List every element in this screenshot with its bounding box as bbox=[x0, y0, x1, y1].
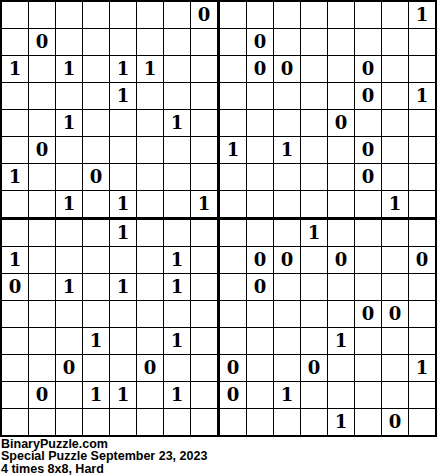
cell-r15c7: 1 bbox=[164, 382, 190, 408]
cell-r8c10[interactable] bbox=[247, 191, 273, 217]
cell-r16c16[interactable] bbox=[409, 409, 435, 435]
cell-r15c8[interactable] bbox=[191, 382, 217, 408]
cell-r4c6[interactable] bbox=[137, 83, 163, 109]
cell-r10c1: 1 bbox=[2, 247, 28, 273]
cell-r11c11[interactable] bbox=[274, 274, 300, 300]
cell-r5c11[interactable] bbox=[274, 110, 300, 136]
cell-r8c13[interactable] bbox=[328, 191, 354, 217]
cell-r12c16[interactable] bbox=[409, 301, 435, 327]
cell-r6c14: 0 bbox=[355, 137, 381, 163]
cell-r10c9[interactable] bbox=[220, 247, 246, 273]
cell-r13c5[interactable] bbox=[110, 328, 136, 354]
cell-r3c8[interactable] bbox=[191, 56, 217, 82]
cell-r6c11: 1 bbox=[274, 137, 300, 163]
cell-r14c9: 0 bbox=[220, 355, 246, 381]
cell-r12c6[interactable] bbox=[137, 301, 163, 327]
cell-r5c14[interactable] bbox=[355, 110, 381, 136]
cell-r6c5[interactable] bbox=[110, 137, 136, 163]
cell-r6c1[interactable] bbox=[2, 137, 28, 163]
cell-r16c5[interactable] bbox=[110, 409, 136, 435]
cell-r2c10: 0 bbox=[247, 29, 273, 55]
cell-r16c14[interactable] bbox=[355, 409, 381, 435]
cell-r12c2[interactable] bbox=[29, 301, 55, 327]
cell-r1c9[interactable] bbox=[220, 2, 246, 28]
cell-r7c12[interactable] bbox=[301, 164, 327, 190]
cell-r11c12[interactable] bbox=[301, 274, 327, 300]
cell-r2c3[interactable] bbox=[56, 29, 82, 55]
cell-r14c11[interactable] bbox=[274, 355, 300, 381]
cell-r9c9[interactable] bbox=[220, 220, 246, 246]
cell-r16c2[interactable] bbox=[29, 409, 55, 435]
cell-r15c15[interactable] bbox=[382, 382, 408, 408]
cell-r5c6[interactable] bbox=[137, 110, 163, 136]
cell-r5c10[interactable] bbox=[247, 110, 273, 136]
cell-r14c16: 1 bbox=[409, 355, 435, 381]
cell-r10c3[interactable] bbox=[56, 247, 82, 273]
cell-r12c7[interactable] bbox=[164, 301, 190, 327]
cell-r16c13: 1 bbox=[328, 409, 354, 435]
cell-r7c14: 0 bbox=[355, 164, 381, 190]
cell-r12c11[interactable] bbox=[274, 301, 300, 327]
cell-r15c13[interactable] bbox=[328, 382, 354, 408]
cell-r7c2[interactable] bbox=[29, 164, 55, 190]
cell-r11c6[interactable] bbox=[137, 274, 163, 300]
footer: BinaryPuzzle.com Special Puzzle Septembe… bbox=[0, 437, 437, 475]
cell-r4c7[interactable] bbox=[164, 83, 190, 109]
cell-r4c9[interactable] bbox=[220, 83, 246, 109]
cell-r15c5: 1 bbox=[110, 382, 136, 408]
cell-r16c6[interactable] bbox=[137, 409, 163, 435]
cell-r14c1[interactable] bbox=[2, 355, 28, 381]
cell-r9c16[interactable] bbox=[409, 220, 435, 246]
cell-r13c7: 1 bbox=[164, 328, 190, 354]
cell-r4c16: 1 bbox=[409, 83, 435, 109]
cell-r4c1[interactable] bbox=[2, 83, 28, 109]
cell-r1c6[interactable] bbox=[137, 2, 163, 28]
cell-r14c14[interactable] bbox=[355, 355, 381, 381]
cell-r16c4[interactable] bbox=[83, 409, 109, 435]
cell-r14c10[interactable] bbox=[247, 355, 273, 381]
cell-r14c4[interactable] bbox=[83, 355, 109, 381]
cell-r5c2[interactable] bbox=[29, 110, 55, 136]
cell-r13c16[interactable] bbox=[409, 328, 435, 354]
cell-r2c14[interactable] bbox=[355, 29, 381, 55]
cell-r9c15[interactable] bbox=[382, 220, 408, 246]
cell-r8c2[interactable] bbox=[29, 191, 55, 217]
cell-r1c14[interactable] bbox=[355, 2, 381, 28]
cell-r13c8[interactable] bbox=[191, 328, 217, 354]
cell-r15c3[interactable] bbox=[56, 382, 82, 408]
cell-r3c5: 1 bbox=[110, 56, 136, 82]
cell-r8c14[interactable] bbox=[355, 191, 381, 217]
cell-r12c4[interactable] bbox=[83, 301, 109, 327]
cell-r4c11[interactable] bbox=[274, 83, 300, 109]
cell-r8c8: 1 bbox=[191, 191, 217, 217]
quadrant-top-left: 001111111010111 bbox=[2, 2, 217, 217]
cell-r4c13[interactable] bbox=[328, 83, 354, 109]
cell-r9c10[interactable] bbox=[247, 220, 273, 246]
cell-r4c2[interactable] bbox=[29, 83, 55, 109]
puzzle-spec: 4 times 8x8, Hard bbox=[1, 463, 437, 475]
cell-r1c8: 0 bbox=[191, 2, 217, 28]
cell-r7c4: 0 bbox=[83, 164, 109, 190]
cell-r11c15[interactable] bbox=[382, 274, 408, 300]
cell-r11c5: 1 bbox=[110, 274, 136, 300]
cell-r8c4[interactable] bbox=[83, 191, 109, 217]
cell-r6c12[interactable] bbox=[301, 137, 327, 163]
cell-r5c9[interactable] bbox=[220, 110, 246, 136]
cell-r1c15[interactable] bbox=[382, 2, 408, 28]
cell-r5c15[interactable] bbox=[382, 110, 408, 136]
cell-r16c12[interactable] bbox=[301, 409, 327, 435]
cell-r13c11[interactable] bbox=[274, 328, 300, 354]
cell-r1c3[interactable] bbox=[56, 2, 82, 28]
cell-r3c13[interactable] bbox=[328, 56, 354, 82]
cell-r10c13: 0 bbox=[328, 247, 354, 273]
cell-r13c14[interactable] bbox=[355, 328, 381, 354]
cell-r2c9[interactable] bbox=[220, 29, 246, 55]
cell-r6c16[interactable] bbox=[409, 137, 435, 163]
cell-r12c12[interactable] bbox=[301, 301, 327, 327]
cell-r9c12: 1 bbox=[301, 220, 327, 246]
cell-r8c12[interactable] bbox=[301, 191, 327, 217]
cell-r14c8[interactable] bbox=[191, 355, 217, 381]
cell-r11c4[interactable] bbox=[83, 274, 109, 300]
cell-r7c10[interactable] bbox=[247, 164, 273, 190]
cell-r7c11[interactable] bbox=[274, 164, 300, 190]
cell-r4c5: 1 bbox=[110, 83, 136, 109]
cell-r13c6[interactable] bbox=[137, 328, 163, 354]
cell-r6c6[interactable] bbox=[137, 137, 163, 163]
cell-r11c13[interactable] bbox=[328, 274, 354, 300]
cell-r3c2[interactable] bbox=[29, 56, 55, 82]
cell-r9c8[interactable] bbox=[191, 220, 217, 246]
page: 001111111010111 1000001011001 1110111110… bbox=[0, 0, 437, 475]
cell-r6c2: 0 bbox=[29, 137, 55, 163]
cell-r8c16[interactable] bbox=[409, 191, 435, 217]
cell-r12c10[interactable] bbox=[247, 301, 273, 327]
cell-r9c5: 1 bbox=[110, 220, 136, 246]
cell-r2c12[interactable] bbox=[301, 29, 327, 55]
cell-r9c6[interactable] bbox=[137, 220, 163, 246]
cell-r2c15[interactable] bbox=[382, 29, 408, 55]
cell-r10c4[interactable] bbox=[83, 247, 109, 273]
cell-r13c10[interactable] bbox=[247, 328, 273, 354]
cell-r3c7[interactable] bbox=[164, 56, 190, 82]
cell-r11c2[interactable] bbox=[29, 274, 55, 300]
cell-r9c11[interactable] bbox=[274, 220, 300, 246]
cell-r5c7: 1 bbox=[164, 110, 190, 136]
cell-r4c4[interactable] bbox=[83, 83, 109, 109]
cell-r5c1[interactable] bbox=[2, 110, 28, 136]
cell-r3c6: 1 bbox=[137, 56, 163, 82]
cell-r1c10[interactable] bbox=[247, 2, 273, 28]
cell-r13c3[interactable] bbox=[56, 328, 82, 354]
cell-r10c14[interactable] bbox=[355, 247, 381, 273]
cell-r1c13[interactable] bbox=[328, 2, 354, 28]
cell-r16c9[interactable] bbox=[220, 409, 246, 435]
cell-r6c3[interactable] bbox=[56, 137, 82, 163]
cell-r13c13: 1 bbox=[328, 328, 354, 354]
cell-r13c2[interactable] bbox=[29, 328, 55, 354]
cell-r9c13[interactable] bbox=[328, 220, 354, 246]
cell-r2c8[interactable] bbox=[191, 29, 217, 55]
cell-r12c1[interactable] bbox=[2, 301, 28, 327]
cell-r5c8[interactable] bbox=[191, 110, 217, 136]
cell-r8c15: 1 bbox=[382, 191, 408, 217]
cell-r6c4[interactable] bbox=[83, 137, 109, 163]
cell-r6c15[interactable] bbox=[382, 137, 408, 163]
cell-r3c11: 0 bbox=[274, 56, 300, 82]
cell-r7c5[interactable] bbox=[110, 164, 136, 190]
cell-r1c4[interactable] bbox=[83, 2, 109, 28]
cell-r9c14[interactable] bbox=[355, 220, 381, 246]
cell-r1c5[interactable] bbox=[110, 2, 136, 28]
puzzle-title: Special Puzzle September 23, 2023 bbox=[1, 450, 437, 462]
cell-r12c15: 0 bbox=[382, 301, 408, 327]
cell-r16c8[interactable] bbox=[191, 409, 217, 435]
cell-r9c3[interactable] bbox=[56, 220, 82, 246]
cell-r12c8[interactable] bbox=[191, 301, 217, 327]
cell-r3c1: 1 bbox=[2, 56, 28, 82]
cell-r13c12[interactable] bbox=[301, 328, 327, 354]
cell-r2c7[interactable] bbox=[164, 29, 190, 55]
cell-r3c9[interactable] bbox=[220, 56, 246, 82]
cell-r14c13[interactable] bbox=[328, 355, 354, 381]
cell-r8c3: 1 bbox=[56, 191, 82, 217]
cell-r2c6[interactable] bbox=[137, 29, 163, 55]
cell-r10c2[interactable] bbox=[29, 247, 55, 273]
cell-r6c10[interactable] bbox=[247, 137, 273, 163]
cell-r8c6[interactable] bbox=[137, 191, 163, 217]
cell-r6c8[interactable] bbox=[191, 137, 217, 163]
cell-r5c5[interactable] bbox=[110, 110, 136, 136]
cell-r14c12: 0 bbox=[301, 355, 327, 381]
cell-r15c12[interactable] bbox=[301, 382, 327, 408]
cell-r7c1: 1 bbox=[2, 164, 28, 190]
cell-r6c13[interactable] bbox=[328, 137, 354, 163]
cell-r1c11[interactable] bbox=[274, 2, 300, 28]
cell-r10c10: 0 bbox=[247, 247, 273, 273]
cell-r8c7[interactable] bbox=[164, 191, 190, 217]
cell-r8c11[interactable] bbox=[274, 191, 300, 217]
cell-r10c5[interactable] bbox=[110, 247, 136, 273]
cell-r5c16[interactable] bbox=[409, 110, 435, 136]
cell-r10c15[interactable] bbox=[382, 247, 408, 273]
cell-r8c5: 1 bbox=[110, 191, 136, 217]
cell-r14c6: 0 bbox=[137, 355, 163, 381]
cell-r11c1: 0 bbox=[2, 274, 28, 300]
cell-r10c12[interactable] bbox=[301, 247, 327, 273]
cell-r1c2[interactable] bbox=[29, 2, 55, 28]
binary-puzzle-board: 001111111010111 1000001011001 1110111110… bbox=[0, 0, 437, 437]
cell-r14c5[interactable] bbox=[110, 355, 136, 381]
cell-r5c4[interactable] bbox=[83, 110, 109, 136]
cell-r3c16[interactable] bbox=[409, 56, 435, 82]
cell-r11c8[interactable] bbox=[191, 274, 217, 300]
cell-r5c13: 0 bbox=[328, 110, 354, 136]
cell-r3c15[interactable] bbox=[382, 56, 408, 82]
cell-r4c12[interactable] bbox=[301, 83, 327, 109]
cell-r16c3[interactable] bbox=[56, 409, 82, 435]
cell-r10c16: 0 bbox=[409, 247, 435, 273]
cell-r10c8[interactable] bbox=[191, 247, 217, 273]
cell-r9c1[interactable] bbox=[2, 220, 28, 246]
quadrant-bottom-right: 1000000010010110 bbox=[220, 220, 435, 435]
cell-r7c3[interactable] bbox=[56, 164, 82, 190]
cell-r11c10: 0 bbox=[247, 274, 273, 300]
cell-r15c16[interactable] bbox=[409, 382, 435, 408]
cell-r3c3: 1 bbox=[56, 56, 82, 82]
cell-r6c7[interactable] bbox=[164, 137, 190, 163]
quadrant-top-right: 1000001011001 bbox=[220, 2, 435, 217]
cell-r12c3[interactable] bbox=[56, 301, 82, 327]
cell-r11c3: 1 bbox=[56, 274, 82, 300]
cell-r10c7: 1 bbox=[164, 247, 190, 273]
cell-r16c15: 0 bbox=[382, 409, 408, 435]
cell-r16c11[interactable] bbox=[274, 409, 300, 435]
cell-r11c14[interactable] bbox=[355, 274, 381, 300]
cell-r1c16: 1 bbox=[409, 2, 435, 28]
cell-r4c15[interactable] bbox=[382, 83, 408, 109]
cell-r9c2[interactable] bbox=[29, 220, 55, 246]
cell-r7c6[interactable] bbox=[137, 164, 163, 190]
cell-r16c7[interactable] bbox=[164, 409, 190, 435]
cell-r13c9[interactable] bbox=[220, 328, 246, 354]
cell-r9c4[interactable] bbox=[83, 220, 109, 246]
cell-r4c8[interactable] bbox=[191, 83, 217, 109]
cell-r13c15[interactable] bbox=[382, 328, 408, 354]
cell-r2c13[interactable] bbox=[328, 29, 354, 55]
cell-r15c14[interactable] bbox=[355, 382, 381, 408]
cell-r4c14: 0 bbox=[355, 83, 381, 109]
cell-r3c12[interactable] bbox=[301, 56, 327, 82]
cell-r2c11[interactable] bbox=[274, 29, 300, 55]
cell-r1c7[interactable] bbox=[164, 2, 190, 28]
cell-r7c13[interactable] bbox=[328, 164, 354, 190]
cell-r15c10[interactable] bbox=[247, 382, 273, 408]
cell-r7c16[interactable] bbox=[409, 164, 435, 190]
cell-r15c1[interactable] bbox=[2, 382, 28, 408]
cell-r15c4: 1 bbox=[83, 382, 109, 408]
cell-r10c6[interactable] bbox=[137, 247, 163, 273]
cell-r16c10[interactable] bbox=[247, 409, 273, 435]
cell-r1c1[interactable] bbox=[2, 2, 28, 28]
cell-r12c14: 0 bbox=[355, 301, 381, 327]
cell-r14c7[interactable] bbox=[164, 355, 190, 381]
cell-r7c9[interactable] bbox=[220, 164, 246, 190]
cell-r4c3[interactable] bbox=[56, 83, 82, 109]
cell-r5c3: 1 bbox=[56, 110, 82, 136]
cell-r10c11: 0 bbox=[274, 247, 300, 273]
quadrant-bottom-left: 111011111000111 bbox=[2, 220, 217, 435]
cell-r11c16[interactable] bbox=[409, 274, 435, 300]
cell-r7c7[interactable] bbox=[164, 164, 190, 190]
cell-r4c10[interactable] bbox=[247, 83, 273, 109]
cell-r2c2: 0 bbox=[29, 29, 55, 55]
cell-r13c1[interactable] bbox=[2, 328, 28, 354]
cell-r7c8[interactable] bbox=[191, 164, 217, 190]
cell-r2c4[interactable] bbox=[83, 29, 109, 55]
cell-r6c9: 1 bbox=[220, 137, 246, 163]
cell-r8c9[interactable] bbox=[220, 191, 246, 217]
cell-r12c9[interactable] bbox=[220, 301, 246, 327]
cell-r3c10: 0 bbox=[247, 56, 273, 82]
cell-r2c1[interactable] bbox=[2, 29, 28, 55]
cell-r2c16[interactable] bbox=[409, 29, 435, 55]
cell-r1c12[interactable] bbox=[301, 2, 327, 28]
cell-r15c9: 0 bbox=[220, 382, 246, 408]
cell-r11c9[interactable] bbox=[220, 274, 246, 300]
cell-r7c15[interactable] bbox=[382, 164, 408, 190]
cell-r3c4[interactable] bbox=[83, 56, 109, 82]
cell-r14c15[interactable] bbox=[382, 355, 408, 381]
cell-r8c1[interactable] bbox=[2, 191, 28, 217]
cell-r3c14: 0 bbox=[355, 56, 381, 82]
cell-r14c3: 0 bbox=[56, 355, 82, 381]
cell-r15c2: 0 bbox=[29, 382, 55, 408]
cell-r13c4: 1 bbox=[83, 328, 109, 354]
cell-r12c13[interactable] bbox=[328, 301, 354, 327]
cell-r5c12[interactable] bbox=[301, 110, 327, 136]
cell-r2c5[interactable] bbox=[110, 29, 136, 55]
cell-r14c2[interactable] bbox=[29, 355, 55, 381]
cell-r12c5[interactable] bbox=[110, 301, 136, 327]
cell-r9c7[interactable] bbox=[164, 220, 190, 246]
cell-r11c7: 1 bbox=[164, 274, 190, 300]
cell-r16c1[interactable] bbox=[2, 409, 28, 435]
cell-r15c6[interactable] bbox=[137, 382, 163, 408]
cell-r15c11: 1 bbox=[274, 382, 300, 408]
